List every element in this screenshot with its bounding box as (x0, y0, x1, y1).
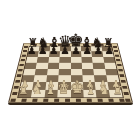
square-e1 (71, 90, 84, 98)
square-f3 (82, 75, 95, 82)
board-border-mosaic-bottom (10, 99, 130, 102)
square-c3 (46, 75, 59, 82)
square-c1 (44, 90, 58, 98)
square-h2 (107, 82, 121, 89)
square-e3 (71, 75, 83, 82)
square-d3 (58, 75, 70, 82)
square-d1 (57, 90, 70, 98)
chess-board (8, 43, 133, 103)
square-c2 (45, 82, 58, 89)
square-e2 (71, 82, 84, 89)
square-h3 (106, 75, 119, 82)
square-h1 (108, 90, 122, 98)
square-f2 (83, 82, 96, 89)
square-f1 (83, 90, 97, 98)
square-b1 (31, 90, 45, 98)
square-b3 (34, 75, 47, 82)
board-grid (17, 46, 124, 98)
square-d2 (58, 82, 71, 89)
board-front-edge (8, 103, 133, 105)
square-b2 (33, 82, 46, 89)
product-photo-chess-set: ♜♞♝♛♚♝♞♜♟♟♟♟♟♟♟♟♟♟♟♟♟♟♟♟♜♞♝♛♚♝♞♜ (0, 0, 140, 140)
